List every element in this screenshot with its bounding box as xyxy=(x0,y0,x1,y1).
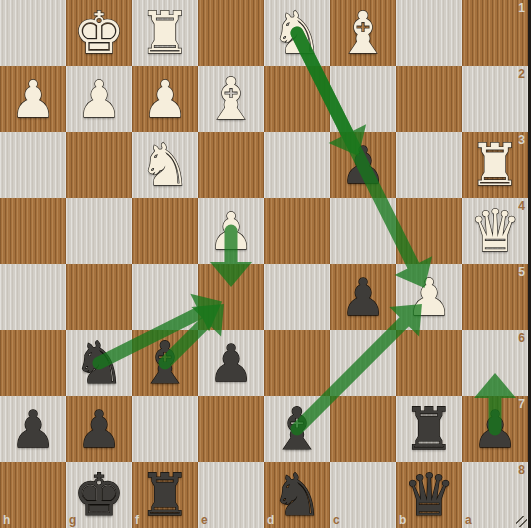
white-queen-a4[interactable]: ♛ xyxy=(462,198,528,264)
white-pawn-h2[interactable]: ♟ xyxy=(0,66,66,132)
white-knight-d1[interactable]: ♞ xyxy=(264,0,330,66)
white-rook-a3[interactable]: ♜ xyxy=(462,132,528,198)
white-bishop-e2[interactable]: ♝ xyxy=(198,66,264,132)
square-b8[interactable]: ♛b xyxy=(396,462,462,528)
square-g8[interactable]: ♚g xyxy=(66,462,132,528)
square-a2[interactable]: 2 xyxy=(462,66,528,132)
square-g7[interactable]: ♟ xyxy=(66,396,132,462)
square-d3[interactable] xyxy=(264,132,330,198)
white-pawn-b5[interactable]: ♟ xyxy=(396,264,462,330)
chess-board[interactable]: ♚♜♞♝1♟♟♟♝2♞♟♜3♟♛4♟♟5♞♝♟6♟♟♝♜♟7h♚g♜fe♞dc♛… xyxy=(0,0,528,528)
square-b2[interactable] xyxy=(396,66,462,132)
square-e4[interactable]: ♟ xyxy=(198,198,264,264)
square-a7[interactable]: ♟7 xyxy=(462,396,528,462)
square-f2[interactable]: ♟ xyxy=(132,66,198,132)
square-h4[interactable] xyxy=(0,198,66,264)
black-pawn-c3[interactable]: ♟ xyxy=(330,132,396,198)
black-rook-b7[interactable]: ♜ xyxy=(396,396,462,462)
square-a5[interactable]: 5 xyxy=(462,264,528,330)
square-c7[interactable] xyxy=(330,396,396,462)
square-g1[interactable]: ♚ xyxy=(66,0,132,66)
square-h6[interactable] xyxy=(0,330,66,396)
square-g2[interactable]: ♟ xyxy=(66,66,132,132)
square-e7[interactable] xyxy=(198,396,264,462)
square-f4[interactable] xyxy=(132,198,198,264)
white-knight-f3[interactable]: ♞ xyxy=(132,132,198,198)
square-d7[interactable]: ♝ xyxy=(264,396,330,462)
square-b7[interactable]: ♜ xyxy=(396,396,462,462)
square-e5[interactable] xyxy=(198,264,264,330)
rank-label-8: 8 xyxy=(518,464,525,476)
black-pawn-e6[interactable]: ♟ xyxy=(198,330,264,396)
square-c1[interactable]: ♝ xyxy=(330,0,396,66)
rank-label-2: 2 xyxy=(518,68,525,80)
black-rook-f8[interactable]: ♜ xyxy=(132,462,198,528)
black-knight-d8[interactable]: ♞ xyxy=(264,462,330,528)
rank-label-1: 1 xyxy=(518,2,525,14)
white-pawn-g2[interactable]: ♟ xyxy=(66,66,132,132)
square-d1[interactable]: ♞ xyxy=(264,0,330,66)
square-c8[interactable]: c xyxy=(330,462,396,528)
board-resize-handle-icon[interactable] xyxy=(516,516,527,527)
black-pawn-h7[interactable]: ♟ xyxy=(0,396,66,462)
file-label-c: c xyxy=(333,514,340,526)
square-e3[interactable] xyxy=(198,132,264,198)
white-rook-f1[interactable]: ♜ xyxy=(132,0,198,66)
rank-label-5: 5 xyxy=(518,266,525,278)
square-d6[interactable] xyxy=(264,330,330,396)
square-h7[interactable]: ♟ xyxy=(0,396,66,462)
square-d5[interactable] xyxy=(264,264,330,330)
black-bishop-f6[interactable]: ♝ xyxy=(132,330,198,396)
black-pawn-g7[interactable]: ♟ xyxy=(66,396,132,462)
square-e2[interactable]: ♝ xyxy=(198,66,264,132)
square-b1[interactable] xyxy=(396,0,462,66)
square-f6[interactable]: ♝ xyxy=(132,330,198,396)
square-f3[interactable]: ♞ xyxy=(132,132,198,198)
square-h3[interactable] xyxy=(0,132,66,198)
file-label-h: h xyxy=(3,514,10,526)
white-pawn-e4[interactable]: ♟ xyxy=(198,198,264,264)
square-e6[interactable]: ♟ xyxy=(198,330,264,396)
square-g6[interactable]: ♞ xyxy=(66,330,132,396)
square-g4[interactable] xyxy=(66,198,132,264)
square-f5[interactable] xyxy=(132,264,198,330)
square-g3[interactable] xyxy=(66,132,132,198)
square-c3[interactable]: ♟ xyxy=(330,132,396,198)
black-bishop-d7[interactable]: ♝ xyxy=(264,396,330,462)
square-h8[interactable]: h xyxy=(0,462,66,528)
square-e1[interactable] xyxy=(198,0,264,66)
rank-label-6: 6 xyxy=(518,332,525,344)
square-d2[interactable] xyxy=(264,66,330,132)
black-king-g8[interactable]: ♚ xyxy=(66,462,132,528)
square-c5[interactable]: ♟ xyxy=(330,264,396,330)
white-bishop-c1[interactable]: ♝ xyxy=(330,0,396,66)
black-queen-b8[interactable]: ♛ xyxy=(396,462,462,528)
square-c4[interactable] xyxy=(330,198,396,264)
square-f1[interactable]: ♜ xyxy=(132,0,198,66)
square-c2[interactable] xyxy=(330,66,396,132)
file-label-a: a xyxy=(465,514,472,526)
black-knight-g6[interactable]: ♞ xyxy=(66,330,132,396)
square-a6[interactable]: 6 xyxy=(462,330,528,396)
square-f8[interactable]: ♜f xyxy=(132,462,198,528)
square-e8[interactable]: e xyxy=(198,462,264,528)
square-d4[interactable] xyxy=(264,198,330,264)
square-a1[interactable]: 1 xyxy=(462,0,528,66)
white-pawn-f2[interactable]: ♟ xyxy=(132,66,198,132)
square-h5[interactable] xyxy=(0,264,66,330)
square-h1[interactable] xyxy=(0,0,66,66)
square-f7[interactable] xyxy=(132,396,198,462)
square-a4[interactable]: ♛4 xyxy=(462,198,528,264)
square-c6[interactable] xyxy=(330,330,396,396)
square-b6[interactable] xyxy=(396,330,462,396)
file-label-e: e xyxy=(201,514,208,526)
square-b4[interactable] xyxy=(396,198,462,264)
square-h2[interactable]: ♟ xyxy=(0,66,66,132)
square-g5[interactable] xyxy=(66,264,132,330)
square-b5[interactable]: ♟ xyxy=(396,264,462,330)
square-a3[interactable]: ♜3 xyxy=(462,132,528,198)
white-king-g1[interactable]: ♚ xyxy=(66,0,132,66)
black-pawn-a7[interactable]: ♟ xyxy=(462,396,528,462)
square-b3[interactable] xyxy=(396,132,462,198)
black-pawn-c5[interactable]: ♟ xyxy=(330,264,396,330)
square-d8[interactable]: ♞d xyxy=(264,462,330,528)
chess-board-container: ♚♜♞♝1♟♟♟♝2♞♟♜3♟♛4♟♟5♞♝♟6♟♟♝♜♟7h♚g♜fe♞dc♛… xyxy=(0,0,528,528)
